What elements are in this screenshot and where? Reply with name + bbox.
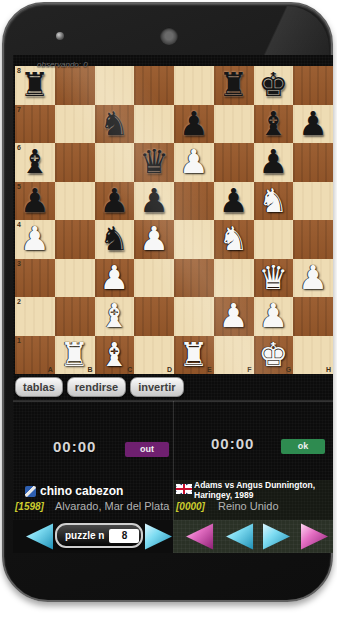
earpiece-speaker-icon	[160, 27, 178, 45]
piece-white-pawn: ♟	[174, 143, 214, 182]
square-g2[interactable]: ♟	[254, 297, 294, 336]
square-f8[interactable]: ♜	[214, 66, 254, 105]
square-d2[interactable]	[134, 297, 174, 336]
left-player-panel: chino cabezon [1598] Alvarado, Mar del P…	[13, 480, 173, 520]
puzzle-nav-panel: puzzle n	[13, 520, 173, 553]
piece-black-queen: ♛	[134, 143, 174, 182]
piece-black-pawn: ♟	[15, 182, 55, 221]
right-player-name: Adams vs Angus Dunnington, Haringey, 198…	[194, 481, 331, 500]
square-b8[interactable]	[55, 66, 95, 105]
left-player-flag-icon	[25, 486, 36, 497]
file-label: E	[207, 366, 212, 373]
piece-black-knight: ♞	[95, 220, 135, 259]
square-h1[interactable]: H	[293, 336, 333, 375]
square-b6[interactable]	[55, 143, 95, 182]
square-g5[interactable]: ♞	[254, 182, 294, 221]
chess-board-area: 8♜♜♚7♞♟♝♟6♝♛♟♟5♟♟♟♟♞4♟♞♟♞3♟♛♟2♝♟♟1AB♜C♝D…	[15, 66, 333, 374]
square-a6[interactable]: 6♝	[15, 143, 55, 182]
puzzle-number-input[interactable]	[109, 529, 139, 543]
square-e7[interactable]: ♟	[174, 105, 214, 144]
square-e4[interactable]	[174, 220, 214, 259]
right-clock: 00:00	[211, 435, 254, 452]
piece-black-pawn: ♟	[293, 105, 333, 144]
piece-black-rook: ♜	[15, 66, 55, 105]
rank-label: 6	[17, 144, 21, 151]
right-player-panel: Adams vs Angus Dunnington, Haringey, 198…	[173, 480, 333, 520]
square-b4[interactable]	[55, 220, 95, 259]
file-label: A	[48, 366, 53, 373]
square-h7[interactable]: ♟	[293, 105, 333, 144]
square-g6[interactable]: ♟	[254, 143, 294, 182]
rank-label: 7	[17, 106, 21, 113]
square-c3[interactable]: ♟	[95, 259, 135, 298]
square-h4[interactable]	[293, 220, 333, 259]
piece-black-pawn: ♟	[174, 105, 214, 144]
file-label: C	[127, 366, 132, 373]
left-clock: 00:00	[53, 438, 96, 455]
navigation-bar: puzzle n	[13, 520, 333, 553]
square-c5[interactable]: ♟	[95, 182, 135, 221]
square-a3[interactable]: 3	[15, 259, 55, 298]
square-b1[interactable]: B♜	[55, 336, 95, 375]
file-label: H	[326, 366, 331, 373]
square-g1[interactable]: G♚	[254, 336, 294, 375]
file-label: B	[87, 366, 92, 373]
draw-button[interactable]: tablas	[15, 377, 63, 397]
piece-white-queen: ♛	[254, 259, 294, 298]
square-d1[interactable]: D	[134, 336, 174, 375]
square-b7[interactable]	[55, 105, 95, 144]
rank-label: 3	[17, 260, 21, 267]
square-h6[interactable]	[293, 143, 333, 182]
observers-count-label: observando: 0	[37, 60, 88, 69]
piece-white-knight: ♞	[214, 220, 254, 259]
square-d6[interactable]: ♛	[134, 143, 174, 182]
move-back-button[interactable]	[226, 523, 253, 550]
left-player-rating: [1598]	[15, 501, 44, 512]
piece-white-king: ♚	[254, 336, 294, 375]
square-g3[interactable]: ♛	[254, 259, 294, 298]
piece-white-pawn: ♟	[214, 297, 254, 336]
square-d7[interactable]	[134, 105, 174, 144]
file-label: G	[286, 366, 291, 373]
piece-black-pawn: ♟	[254, 143, 294, 182]
square-f2[interactable]: ♟	[214, 297, 254, 336]
piece-black-knight: ♞	[95, 105, 135, 144]
square-a4[interactable]: 4♟	[15, 220, 55, 259]
phone-frame: 8♜♜♚7♞♟♝♟6♝♛♟♟5♟♟♟♟♞4♟♞♟♞3♟♛♟2♝♟♟1AB♜C♝D…	[2, 2, 333, 602]
right-player-rating: [0000]	[176, 501, 205, 512]
square-c7[interactable]: ♞	[95, 105, 135, 144]
piece-black-pawn: ♟	[95, 182, 135, 221]
square-c6[interactable]	[95, 143, 135, 182]
rank-label: 4	[17, 221, 21, 228]
square-e2[interactable]	[174, 297, 214, 336]
right-player-location: Reino Unido	[218, 500, 279, 512]
players-section: chino cabezon [1598] Alvarado, Mar del P…	[13, 480, 333, 520]
piece-white-pawn: ♟	[254, 297, 294, 336]
piece-white-bishop: ♝	[95, 336, 135, 375]
piece-white-rook: ♜	[55, 336, 95, 375]
square-a7[interactable]: 7	[15, 105, 55, 144]
piece-white-knight: ♞	[254, 182, 294, 221]
left-player-location: Alvarado, Mar del Plata	[55, 500, 169, 512]
chess-board: 8♜♜♚7♞♟♝♟6♝♛♟♟5♟♟♟♟♞4♟♞♟♞3♟♛♟2♝♟♟1AB♜C♝D…	[15, 66, 333, 374]
square-h3[interactable]: ♟	[293, 259, 333, 298]
piece-white-pawn: ♟	[95, 259, 135, 298]
piece-black-king: ♚	[254, 66, 294, 105]
front-camera-icon	[56, 32, 64, 40]
square-b2[interactable]	[55, 297, 95, 336]
square-a8[interactable]: 8♜	[15, 66, 55, 105]
rank-label: 1	[17, 337, 21, 344]
rank-label: 5	[17, 183, 21, 190]
square-b3[interactable]	[55, 259, 95, 298]
piece-black-pawn: ♟	[134, 182, 174, 221]
square-e3[interactable]	[174, 259, 214, 298]
square-c2[interactable]: ♝	[95, 297, 135, 336]
puzzle-next-button[interactable]	[145, 523, 172, 550]
left-player-name: chino cabezon	[40, 484, 123, 498]
piece-white-rook: ♜	[174, 336, 214, 375]
square-a5[interactable]: 5♟	[15, 182, 55, 221]
move-nav-panel	[173, 520, 333, 553]
left-clock-badge: out	[125, 442, 169, 457]
piece-white-pawn: ♟	[15, 220, 55, 259]
app-screen: 8♜♜♚7♞♟♝♟6♝♛♟♟5♟♟♟♟♞4♟♞♟♞3♟♛♟2♝♟♟1AB♜C♝D…	[13, 55, 333, 553]
square-e8[interactable]	[174, 66, 214, 105]
flip-board-button[interactable]: invertir	[130, 377, 183, 397]
piece-black-pawn: ♟	[214, 182, 254, 221]
square-c1[interactable]: C♝	[95, 336, 135, 375]
square-e6[interactable]: ♟	[174, 143, 214, 182]
rank-label: 2	[17, 298, 21, 305]
square-f1[interactable]: F	[214, 336, 254, 375]
square-c8[interactable]	[95, 66, 135, 105]
puzzle-number-box: puzzle n	[55, 523, 143, 548]
square-f7[interactable]	[214, 105, 254, 144]
square-b5[interactable]	[55, 182, 95, 221]
file-label: F	[247, 366, 251, 373]
square-e5[interactable]	[174, 182, 214, 221]
square-h5[interactable]	[293, 182, 333, 221]
file-label: D	[167, 366, 172, 373]
square-f4[interactable]: ♞	[214, 220, 254, 259]
piece-black-bishop: ♝	[254, 105, 294, 144]
square-f3[interactable]	[214, 259, 254, 298]
piece-white-pawn: ♟	[134, 220, 174, 259]
square-g8[interactable]: ♚	[254, 66, 294, 105]
rank-label: 8	[17, 67, 21, 74]
puzzle-previous-button[interactable]	[26, 523, 53, 550]
game-action-bar: tablas rendirse invertir	[13, 374, 333, 401]
puzzle-label: puzzle n	[65, 530, 104, 541]
square-d5[interactable]: ♟	[134, 182, 174, 221]
square-d3[interactable]	[134, 259, 174, 298]
uk-flag-icon	[176, 484, 192, 494]
piece-white-bishop: ♝	[95, 297, 135, 336]
move-forward-button[interactable]	[263, 523, 290, 550]
square-d8[interactable]	[134, 66, 174, 105]
square-h8[interactable]	[293, 66, 333, 105]
square-f6[interactable]	[214, 143, 254, 182]
piece-black-rook: ♜	[214, 66, 254, 105]
square-f5[interactable]: ♟	[214, 182, 254, 221]
screenshot-canvas: 8♜♜♚7♞♟♝♟6♝♛♟♟5♟♟♟♟♞4♟♞♟♞3♟♛♟2♝♟♟1AB♜C♝D…	[0, 0, 337, 617]
square-c4[interactable]: ♞	[95, 220, 135, 259]
square-g4[interactable]	[254, 220, 294, 259]
square-g7[interactable]: ♝	[254, 105, 294, 144]
square-d4[interactable]: ♟	[134, 220, 174, 259]
square-h2[interactable]	[293, 297, 333, 336]
square-e1[interactable]: E♜	[174, 336, 214, 375]
move-first-button[interactable]	[186, 523, 213, 550]
right-clock-badge: ok	[281, 439, 325, 454]
square-a2[interactable]: 2	[15, 297, 55, 336]
move-last-button[interactable]	[301, 523, 328, 550]
piece-white-pawn: ♟	[293, 259, 333, 298]
square-a1[interactable]: 1A	[15, 336, 55, 375]
resign-button[interactable]: rendirse	[67, 377, 126, 397]
piece-black-bishop: ♝	[15, 143, 55, 182]
